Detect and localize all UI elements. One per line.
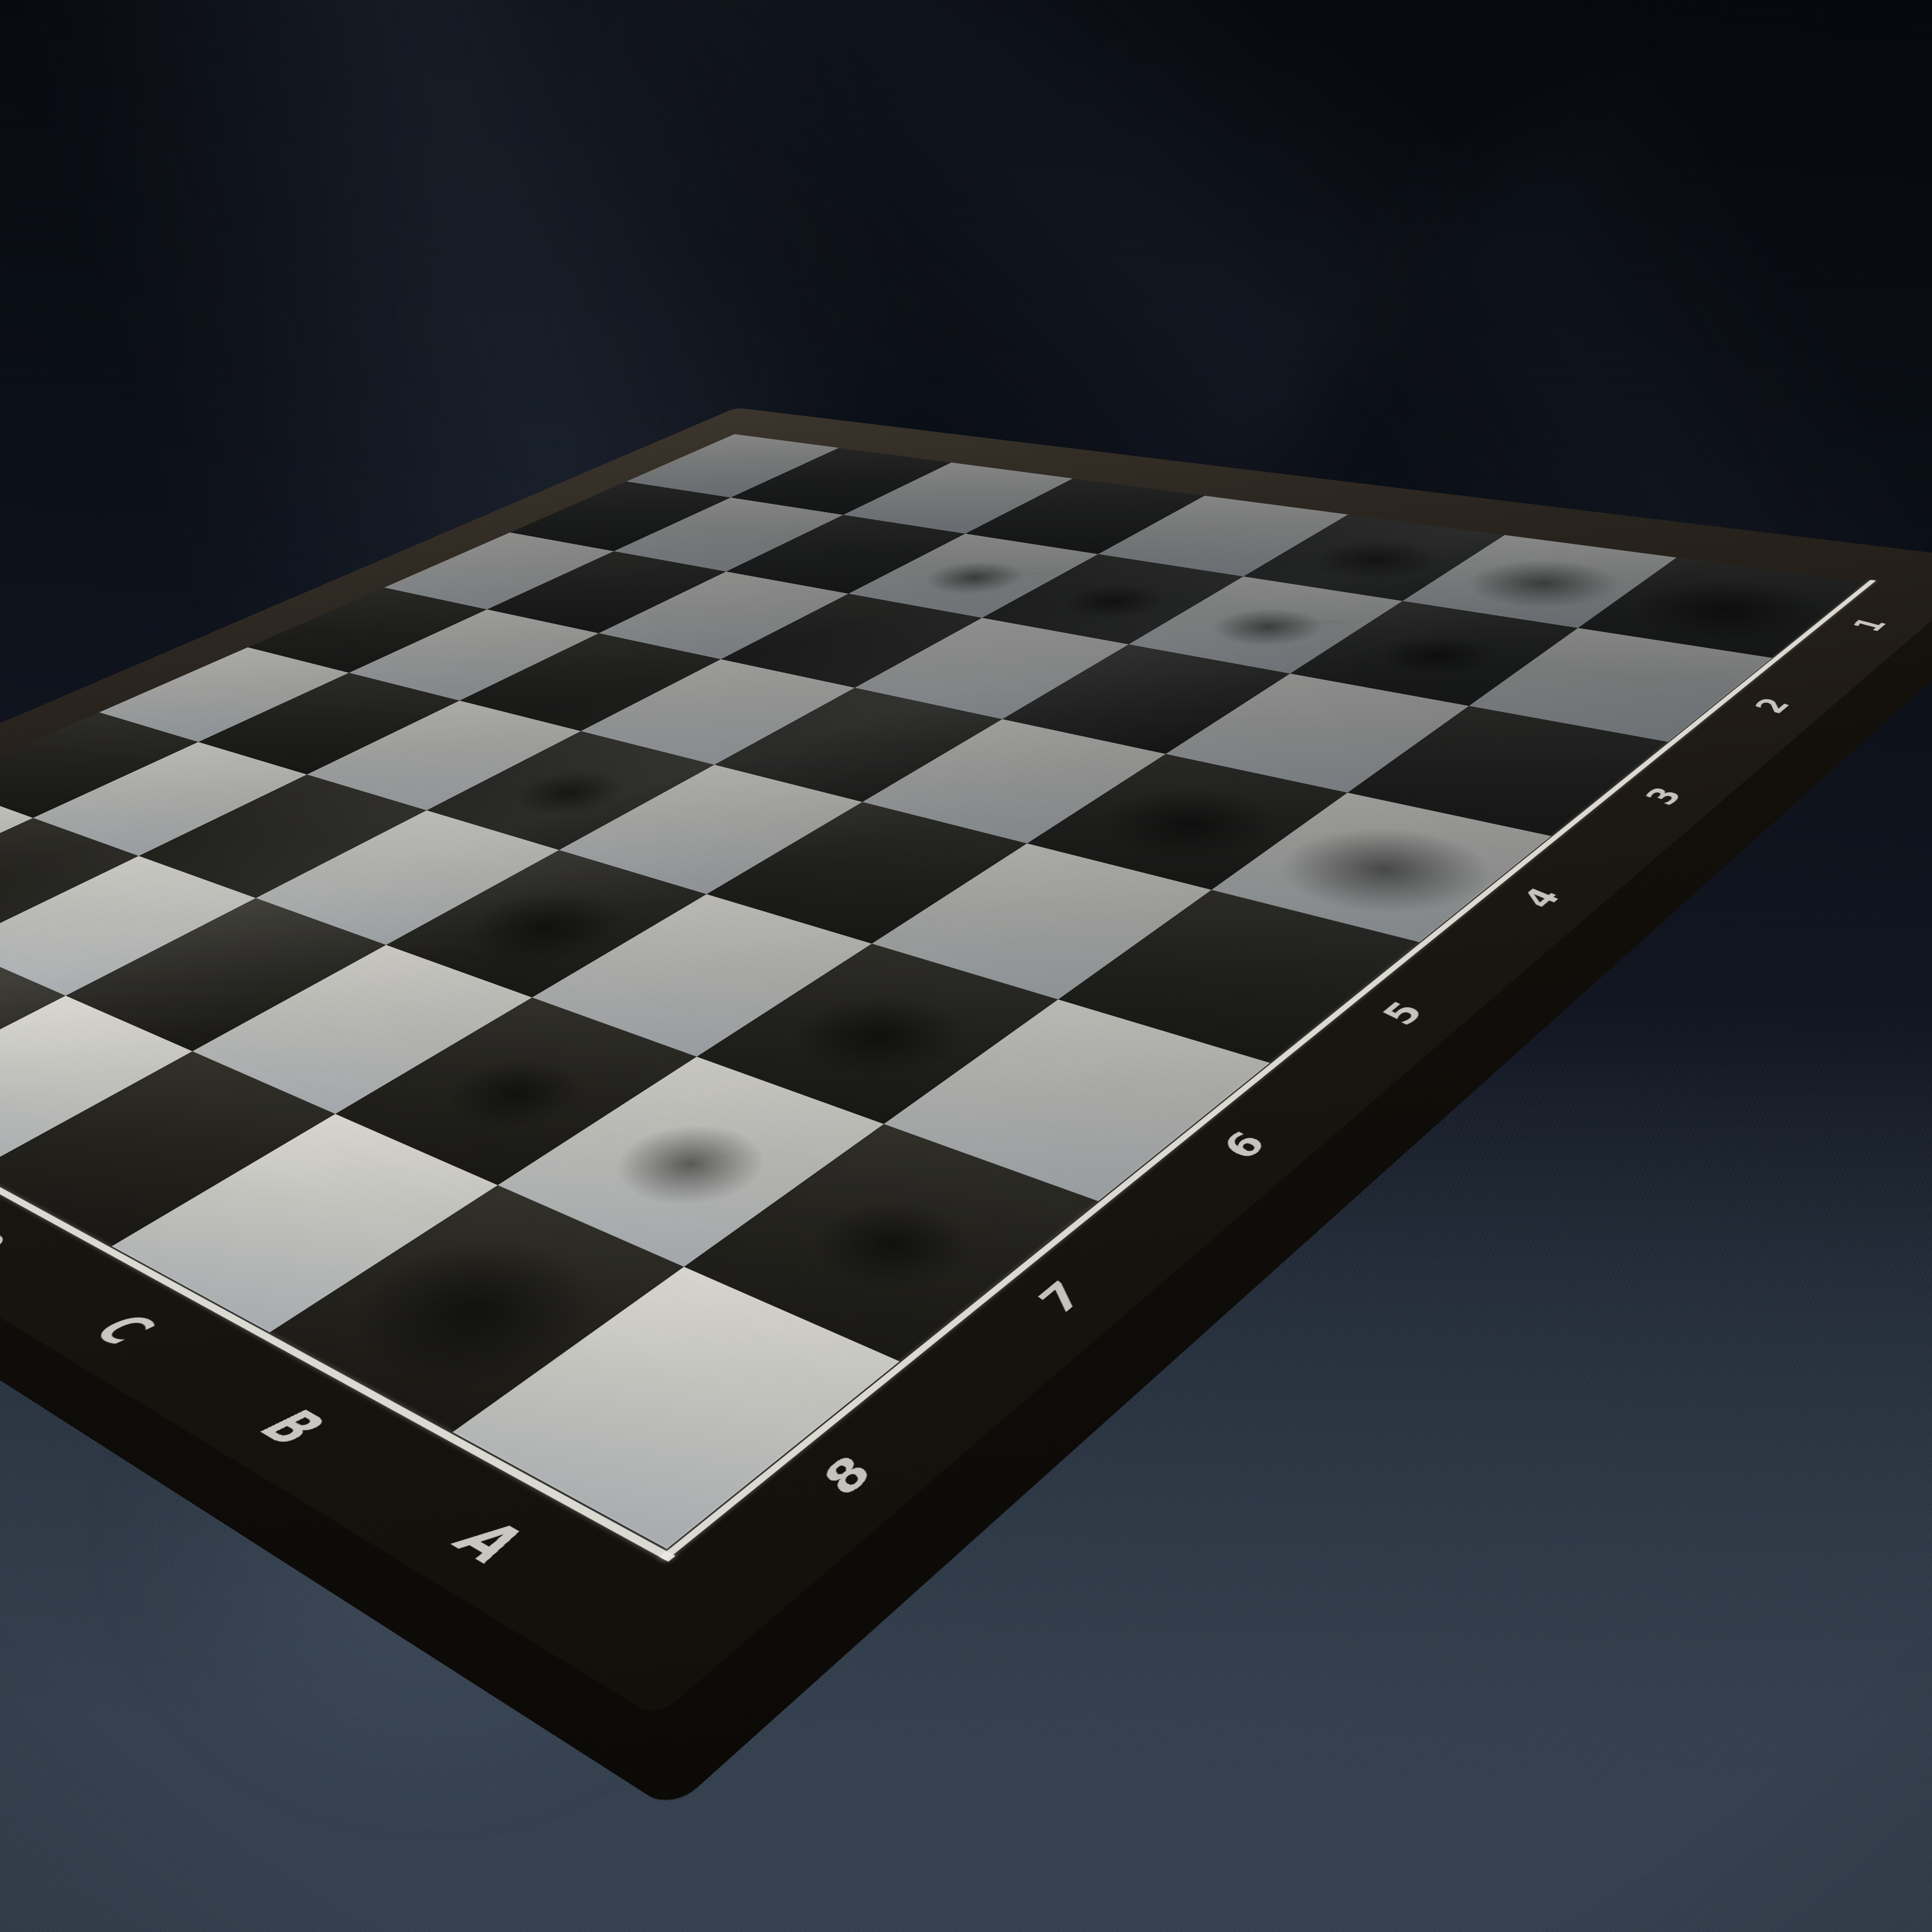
photo-vignette — [0, 0, 1932, 1932]
